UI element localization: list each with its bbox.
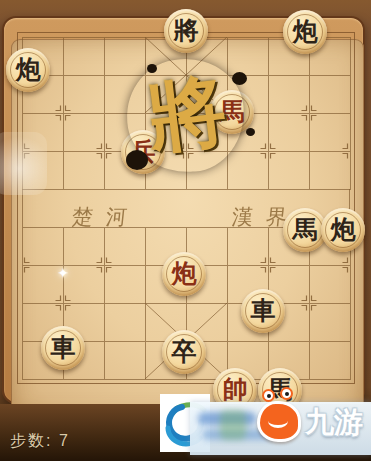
xiangqi-app-screen: { "game": "xiangqi (Chinese chess) — che…: [0, 0, 371, 461]
niuyou-mascot-icon: [256, 388, 306, 444]
mascot-eye: [262, 389, 275, 402]
check-text: 將: [125, 49, 249, 180]
piece-red-cannon-center[interactable]: 炮: [162, 252, 206, 296]
step-counter-value: 7: [59, 432, 70, 449]
piece-black-cannon-right[interactable]: 炮: [283, 10, 327, 54]
piece-black-cannon-left[interactable]: 炮: [6, 48, 50, 92]
piece-black-general[interactable]: 將: [164, 9, 208, 53]
piece-black-chariot-right[interactable]: 車: [241, 289, 285, 333]
step-counter-label: 步数:: [10, 432, 52, 449]
mascot-mouth: [268, 414, 288, 428]
ink-splatter: [246, 128, 255, 136]
piece-black-chariot-left[interactable]: 車: [41, 326, 85, 370]
step-counter: 步数: 7: [10, 431, 70, 452]
piece-black-soldier[interactable]: 卒: [162, 330, 206, 374]
mascot-eye: [280, 387, 293, 400]
touch-glow-effect: [0, 132, 47, 195]
blurred-watermark-text: [220, 410, 246, 440]
watermark-brand-text: 九游: [305, 403, 371, 441]
piece-black-cannon-river[interactable]: 炮: [321, 208, 365, 252]
river-text-left: 楚河: [71, 203, 142, 231]
sparkle-effect: ✦: [53, 263, 73, 283]
